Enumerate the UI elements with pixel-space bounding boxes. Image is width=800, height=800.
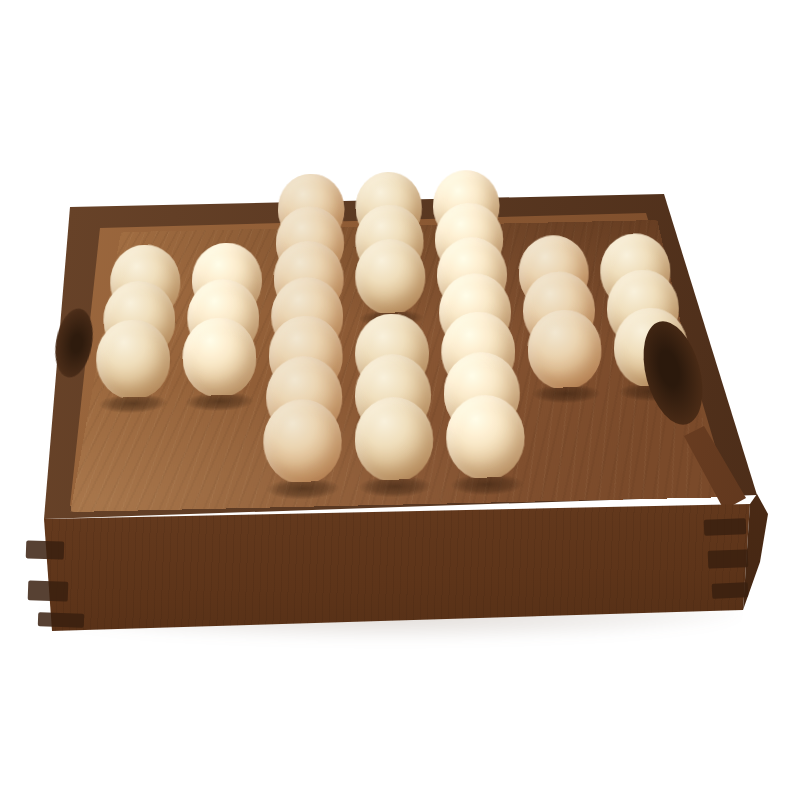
- dovetail-joint: [708, 549, 749, 568]
- dovetail-joint: [38, 612, 84, 628]
- board-cell-b6: [169, 417, 262, 463]
- board-cell-a7: [70, 463, 169, 512]
- board-cell-f5: [520, 367, 612, 411]
- peg-d7[interactable]: [354, 396, 434, 483]
- board-cell-e7: [439, 455, 534, 504]
- board-cell-b7: [163, 461, 259, 510]
- dovetail-joint: [712, 582, 749, 599]
- peg-e7[interactable]: [445, 394, 525, 481]
- peg-d3[interactable]: [354, 238, 426, 315]
- dovetail-joint: [704, 518, 747, 535]
- product-photo: [0, 0, 800, 800]
- board-cell-c7: [256, 459, 349, 508]
- solitaire-board: [70, 220, 720, 512]
- board-cell-a5: [87, 377, 180, 421]
- peg-b5[interactable]: [182, 317, 258, 399]
- board-cell-a6: [79, 419, 175, 465]
- peg-a5[interactable]: [95, 319, 171, 401]
- board-cell-f7: [530, 453, 628, 502]
- peg-f5[interactable]: [527, 309, 603, 391]
- board-cell-b5: [174, 375, 264, 419]
- board-cell-d7: [349, 457, 442, 506]
- dovetail-joint: [26, 540, 65, 559]
- dovetail-joint: [28, 580, 69, 601]
- peg-c7[interactable]: [262, 398, 342, 485]
- board-cell-f6: [525, 409, 620, 455]
